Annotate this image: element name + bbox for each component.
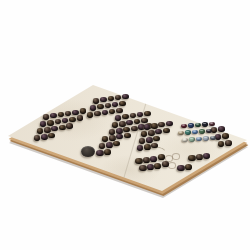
dark-peg xyxy=(166,121,173,126)
dark-peg xyxy=(65,111,71,116)
dark-peg xyxy=(108,96,114,101)
dark-peg xyxy=(90,105,96,110)
dark-peg xyxy=(218,141,225,147)
dark-peg xyxy=(43,114,50,119)
dark-peg xyxy=(112,102,118,107)
colored-peg xyxy=(209,122,215,127)
dark-peg xyxy=(122,94,128,99)
dark-peg xyxy=(87,112,94,117)
colored-peg xyxy=(178,131,184,136)
dark-peg xyxy=(93,98,99,103)
dark-peg xyxy=(123,127,130,133)
dark-peg xyxy=(158,154,165,160)
dark-peg xyxy=(69,117,76,122)
dark-peg xyxy=(102,136,109,142)
colored-peg xyxy=(182,138,188,143)
colored-peg xyxy=(210,136,216,141)
dark-peg xyxy=(41,134,48,140)
dark-peg xyxy=(126,120,133,125)
dark-peg xyxy=(188,155,195,161)
colored-peg xyxy=(206,129,212,134)
dark-peg xyxy=(116,128,123,134)
dark-peg xyxy=(146,137,153,143)
dark-peg xyxy=(137,112,143,117)
colored-peg xyxy=(199,129,205,134)
dark-peg xyxy=(147,164,154,170)
dark-peg xyxy=(47,120,54,125)
dark-peg xyxy=(99,143,106,149)
dark-peg xyxy=(106,142,113,148)
dark-peg xyxy=(141,131,148,137)
large-disc xyxy=(81,146,95,157)
pieces-layer xyxy=(0,0,250,250)
dark-peg xyxy=(151,143,158,149)
dark-peg xyxy=(58,112,64,117)
colored-peg xyxy=(181,124,187,129)
dark-peg xyxy=(109,129,116,135)
colored-peg xyxy=(189,137,195,142)
dark-peg xyxy=(66,123,73,128)
dark-peg xyxy=(177,165,184,171)
dark-peg xyxy=(105,103,111,108)
dark-peg xyxy=(50,113,57,118)
dark-peg xyxy=(113,141,120,147)
dark-peg xyxy=(37,128,44,134)
dark-peg xyxy=(162,161,169,167)
dark-peg xyxy=(141,118,148,123)
dark-peg xyxy=(154,163,161,169)
dark-peg xyxy=(158,122,165,127)
dark-peg xyxy=(203,153,210,159)
dark-peg xyxy=(124,133,131,139)
dark-peg xyxy=(104,149,111,155)
dark-peg xyxy=(40,121,47,126)
dark-peg xyxy=(155,129,162,135)
dark-peg xyxy=(109,109,115,114)
dark-peg xyxy=(80,108,86,113)
dark-peg xyxy=(135,158,142,164)
dark-peg xyxy=(218,126,225,131)
dark-peg xyxy=(96,150,103,156)
dark-peg xyxy=(109,135,116,141)
colored-peg xyxy=(192,130,198,135)
colored-peg xyxy=(203,136,209,141)
dark-peg xyxy=(116,108,122,113)
dark-peg xyxy=(143,157,150,163)
dark-peg xyxy=(144,111,150,116)
dark-peg xyxy=(72,110,78,115)
dark-peg xyxy=(115,95,121,100)
colored-peg xyxy=(195,123,201,128)
dark-peg xyxy=(139,138,146,144)
dark-peg xyxy=(122,114,129,119)
dark-peg xyxy=(134,119,141,124)
dark-peg xyxy=(59,125,66,130)
dark-peg xyxy=(131,126,138,131)
dark-peg xyxy=(222,133,229,139)
dark-peg xyxy=(144,144,151,150)
colored-peg xyxy=(202,122,208,127)
dark-peg xyxy=(34,135,41,141)
dark-peg xyxy=(94,111,100,116)
dark-peg xyxy=(150,156,157,162)
dark-peg xyxy=(137,145,144,151)
colored-peg xyxy=(185,130,191,135)
dark-peg xyxy=(225,140,232,146)
dark-peg xyxy=(148,130,155,136)
dark-peg xyxy=(130,113,137,118)
dark-peg xyxy=(116,134,123,140)
dark-peg xyxy=(55,119,62,124)
dark-peg xyxy=(48,133,55,139)
dark-peg xyxy=(62,118,69,123)
dark-peg xyxy=(151,123,158,128)
colored-peg xyxy=(188,123,194,128)
dark-peg xyxy=(153,136,160,142)
dark-peg xyxy=(102,110,108,115)
dark-peg xyxy=(100,97,106,102)
dark-peg xyxy=(97,104,103,109)
dark-peg xyxy=(115,115,122,120)
dark-peg xyxy=(119,101,125,106)
colored-peg xyxy=(196,137,202,142)
dark-peg xyxy=(77,115,84,120)
dark-peg xyxy=(163,128,170,134)
dark-peg xyxy=(144,124,151,129)
dark-peg xyxy=(51,126,58,131)
dark-peg xyxy=(112,122,119,127)
dark-peg xyxy=(139,165,146,171)
dark-peg xyxy=(119,121,126,126)
dark-peg xyxy=(185,164,192,170)
photo-stage xyxy=(0,0,250,250)
dark-peg xyxy=(196,154,203,160)
dark-peg xyxy=(44,127,51,133)
